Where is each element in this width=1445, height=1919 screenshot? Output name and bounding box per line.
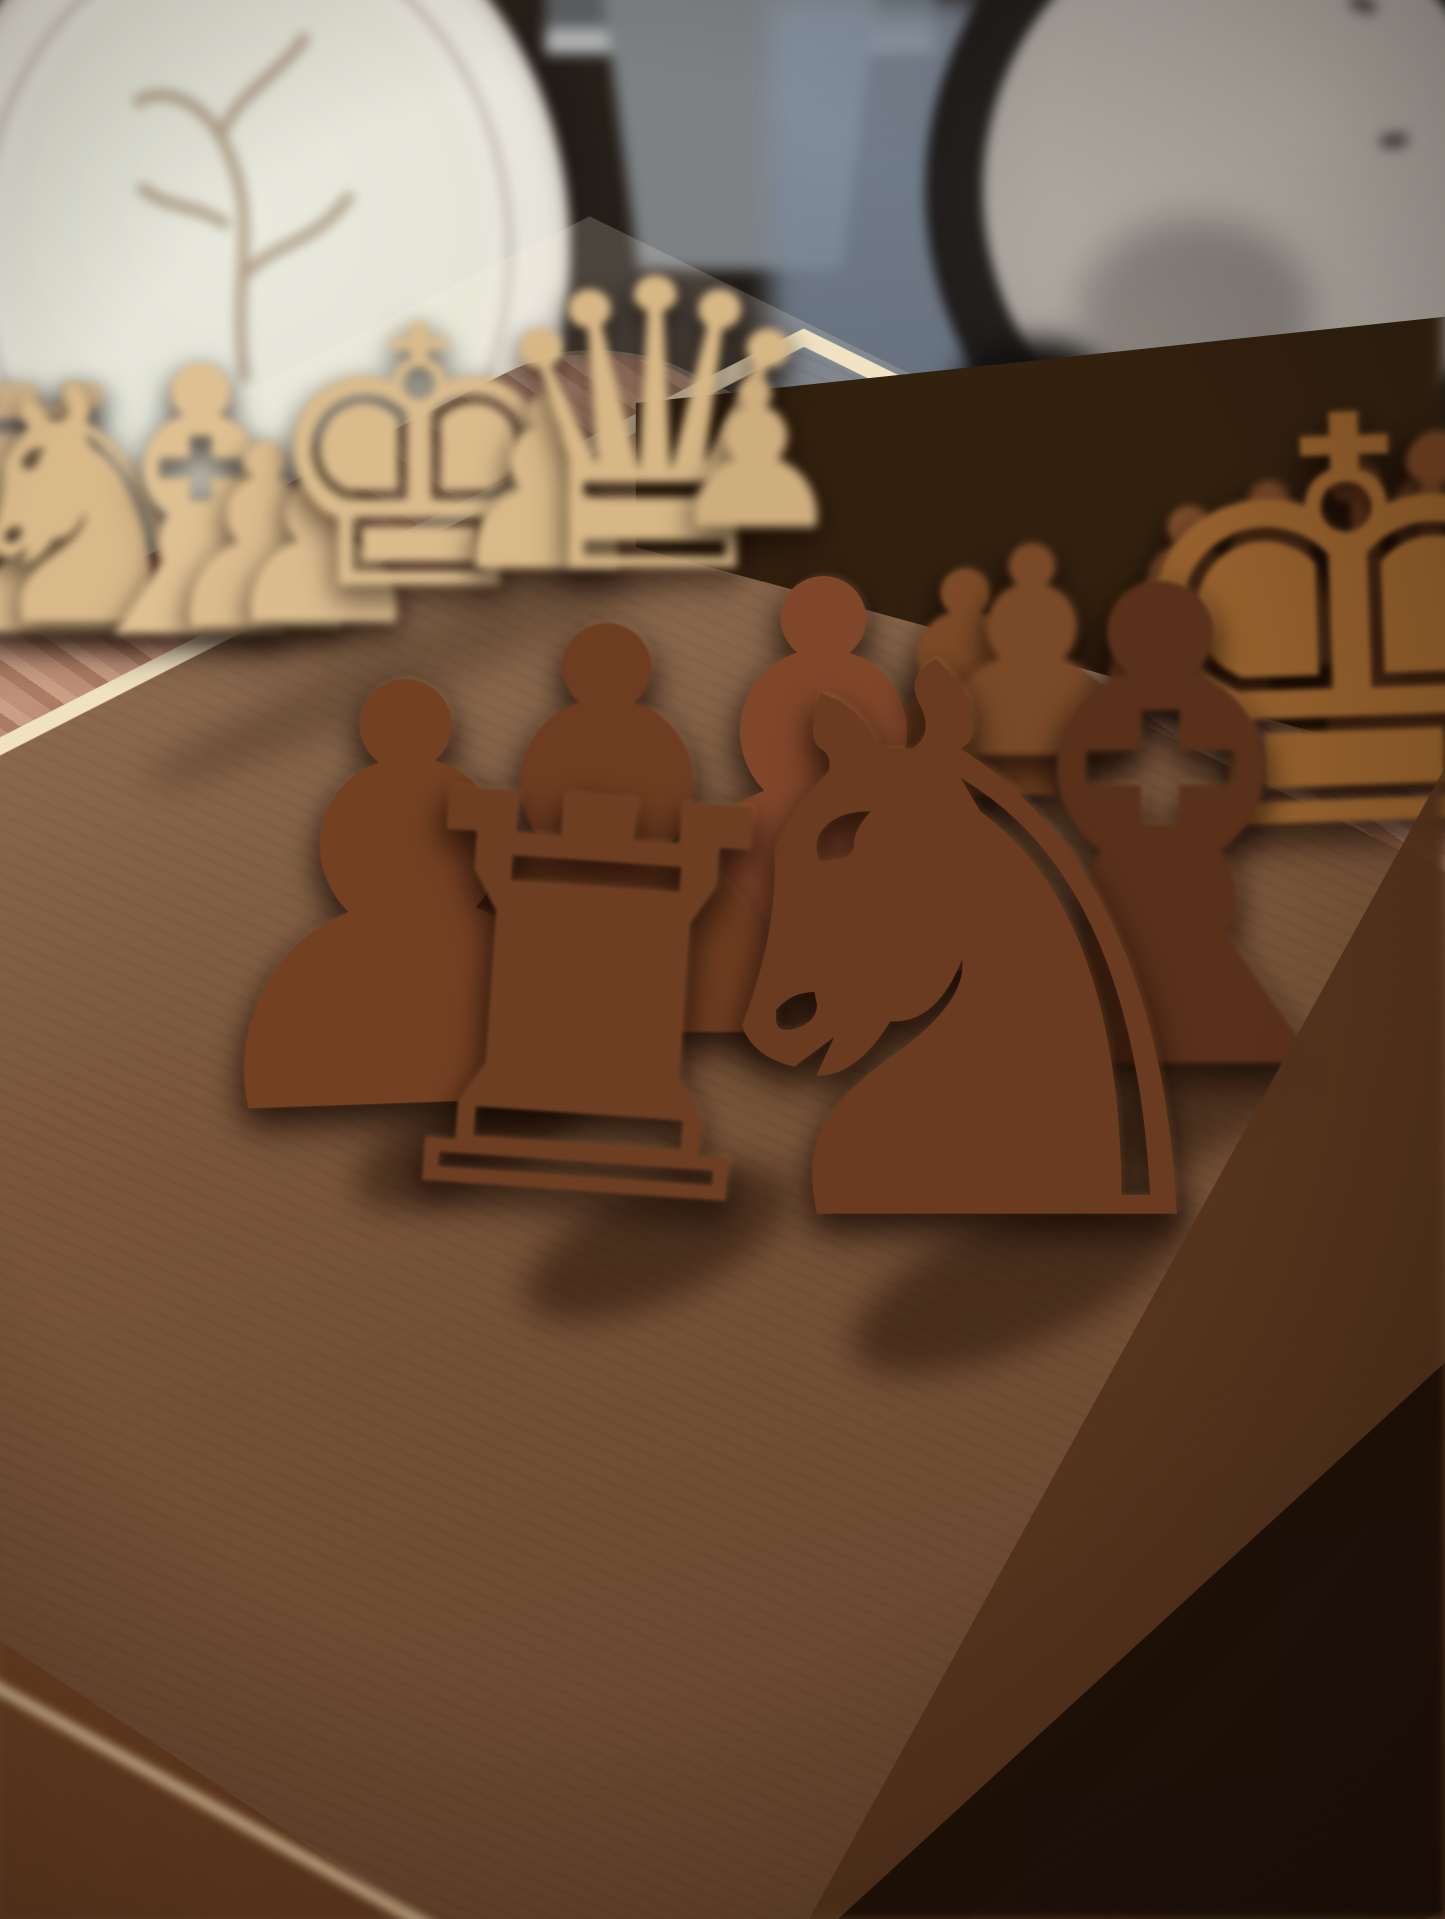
photo-of-wooden-chess-set: ♜♟♞♝♟♟♚♟♛♟♝♛♟♟♟♟♚♝♟♟♞♟♜ (0, 0, 1445, 1919)
pieces-layer: ♜♟♞♝♟♟♚♟♛♟♝♛♟♟♟♟♚♝♟♟♞♟♜ (0, 0, 1445, 1919)
piece-dark-rook-h1[interactable]: ♜ (326, 717, 847, 1289)
